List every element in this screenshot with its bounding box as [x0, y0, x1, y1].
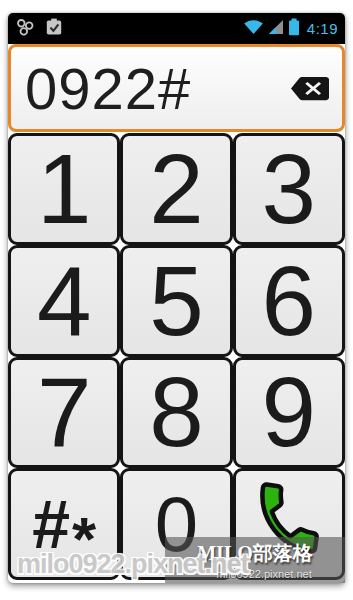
phone-number-value: 0922# — [11, 55, 191, 122]
key-9[interactable]: 9 — [233, 357, 345, 469]
circles-notification-icon — [15, 17, 35, 41]
phone-screen: 4:19 0922# 1 2 3 4 5 6 7 8 9 # * 0 — [8, 13, 345, 583]
status-bar-right: 4:19 — [243, 18, 338, 40]
key-3[interactable]: 3 — [233, 133, 345, 245]
backspace-button[interactable] — [291, 73, 329, 104]
key-4[interactable]: 4 — [8, 245, 120, 357]
key-1[interactable]: 1 — [8, 133, 120, 245]
key-7[interactable]: 7 — [8, 357, 120, 469]
key-8[interactable]: 8 — [120, 357, 232, 469]
status-bar-left-icons — [15, 17, 64, 41]
key-6[interactable]: 6 — [233, 245, 345, 357]
hash-label: # — [32, 490, 70, 558]
key-5[interactable]: 5 — [120, 245, 232, 357]
task-check-icon — [44, 17, 64, 41]
signal-strength-icon — [268, 18, 284, 39]
dialpad: 1 2 3 4 5 6 7 8 9 # * 0 — [8, 133, 345, 580]
status-bar: 4:19 — [8, 13, 345, 44]
clock-text: 4:19 — [304, 20, 338, 37]
phone-number-input[interactable]: 0922# — [8, 44, 345, 132]
key-2[interactable]: 2 — [120, 133, 232, 245]
battery-icon — [288, 18, 300, 40]
watermark-big-text: milo0922.pixnet.net — [17, 549, 249, 580]
wifi-icon — [243, 18, 264, 39]
